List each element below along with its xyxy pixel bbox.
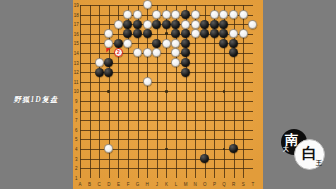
intersection-O2[interactable] xyxy=(200,163,210,173)
intersection-F12[interactable] xyxy=(123,67,133,77)
intersection-E18[interactable] xyxy=(114,10,124,20)
intersection-C8[interactable] xyxy=(94,106,104,116)
intersection-F19[interactable] xyxy=(123,0,133,10)
intersection-C5[interactable] xyxy=(94,135,104,145)
intersection-Q3[interactable] xyxy=(219,154,229,164)
intersection-G15[interactable] xyxy=(133,39,143,49)
intersection-D5[interactable] xyxy=(104,135,114,145)
intersection-M7[interactable] xyxy=(181,115,191,125)
intersection-H17[interactable] xyxy=(142,19,152,29)
intersection-E12[interactable] xyxy=(114,67,124,77)
intersection-M8[interactable] xyxy=(181,106,191,116)
intersection-Q7[interactable] xyxy=(219,115,229,125)
intersection-Q18[interactable] xyxy=(219,10,229,20)
intersection-B3[interactable] xyxy=(85,154,95,164)
intersection-L5[interactable] xyxy=(171,135,181,145)
intersection-D12[interactable] xyxy=(104,67,114,77)
intersection-C12[interactable] xyxy=(94,67,104,77)
intersection-Q13[interactable] xyxy=(219,58,229,68)
intersection-K4[interactable] xyxy=(162,144,172,154)
intersection-B2[interactable] xyxy=(85,163,95,173)
intersection-Q10[interactable] xyxy=(219,87,229,97)
intersection-E6[interactable] xyxy=(114,125,124,135)
intersection-O7[interactable] xyxy=(200,115,210,125)
intersection-F14[interactable] xyxy=(123,48,133,58)
intersection-C4[interactable] xyxy=(94,144,104,154)
intersection-E2[interactable] xyxy=(114,163,124,173)
intersection-M11[interactable] xyxy=(181,77,191,87)
intersection-F9[interactable] xyxy=(123,96,133,106)
intersection-N3[interactable] xyxy=(190,154,200,164)
intersection-E16[interactable] xyxy=(114,29,124,39)
intersection-C10[interactable] xyxy=(94,87,104,97)
intersection-J7[interactable] xyxy=(152,115,162,125)
intersection-Q4[interactable] xyxy=(219,144,229,154)
intersection-K10[interactable] xyxy=(162,87,172,97)
intersection-P16[interactable] xyxy=(210,29,220,39)
intersection-J2[interactable] xyxy=(152,163,162,173)
intersection-B19[interactable] xyxy=(85,0,95,10)
intersection-S13[interactable] xyxy=(238,58,248,68)
intersection-K5[interactable] xyxy=(162,135,172,145)
intersection-P2[interactable] xyxy=(210,163,220,173)
intersection-S11[interactable] xyxy=(238,77,248,87)
intersection-E14[interactable]: 2 xyxy=(114,48,124,58)
intersection-L3[interactable] xyxy=(171,154,181,164)
intersection-D6[interactable] xyxy=(104,125,114,135)
intersection-R4[interactable] xyxy=(229,144,239,154)
intersection-Q2[interactable] xyxy=(219,163,229,173)
intersection-F16[interactable] xyxy=(123,29,133,39)
intersection-T7[interactable] xyxy=(248,115,258,125)
intersection-O15[interactable] xyxy=(200,39,210,49)
intersection-G9[interactable] xyxy=(133,96,143,106)
intersection-H8[interactable] xyxy=(142,106,152,116)
intersection-J19[interactable] xyxy=(152,0,162,10)
intersection-G19[interactable] xyxy=(133,0,143,10)
intersection-O17[interactable] xyxy=(200,19,210,29)
intersection-T13[interactable] xyxy=(248,58,258,68)
intersection-G10[interactable] xyxy=(133,87,143,97)
intersection-C11[interactable] xyxy=(94,77,104,87)
intersection-C19[interactable] xyxy=(94,0,104,10)
intersection-Q11[interactable] xyxy=(219,77,229,87)
intersection-H19[interactable] xyxy=(142,0,152,10)
intersection-C18[interactable] xyxy=(94,10,104,20)
intersection-P9[interactable] xyxy=(210,96,220,106)
intersection-N7[interactable] xyxy=(190,115,200,125)
intersection-R15[interactable] xyxy=(229,39,239,49)
intersection-T4[interactable] xyxy=(248,144,258,154)
intersection-G3[interactable] xyxy=(133,154,143,164)
intersection-G18[interactable] xyxy=(133,10,143,20)
intersection-L8[interactable] xyxy=(171,106,181,116)
intersection-C2[interactable] xyxy=(94,163,104,173)
intersection-F10[interactable] xyxy=(123,87,133,97)
intersection-C15[interactable] xyxy=(94,39,104,49)
intersection-S4[interactable] xyxy=(238,144,248,154)
intersection-E4[interactable] xyxy=(114,144,124,154)
intersection-E11[interactable] xyxy=(114,77,124,87)
intersection-B4[interactable] xyxy=(85,144,95,154)
intersection-N15[interactable] xyxy=(190,39,200,49)
intersection-R7[interactable] xyxy=(229,115,239,125)
intersection-B14[interactable] xyxy=(85,48,95,58)
intersection-J13[interactable] xyxy=(152,58,162,68)
intersection-F15[interactable] xyxy=(123,39,133,49)
intersection-M3[interactable] xyxy=(181,154,191,164)
intersection-G13[interactable] xyxy=(133,58,143,68)
intersection-T5[interactable] xyxy=(248,135,258,145)
intersection-M14[interactable] xyxy=(181,48,191,58)
intersection-G12[interactable] xyxy=(133,67,143,77)
intersection-N19[interactable] xyxy=(190,0,200,10)
intersection-G8[interactable] xyxy=(133,106,143,116)
intersection-S15[interactable] xyxy=(238,39,248,49)
intersection-M10[interactable] xyxy=(181,87,191,97)
intersection-S2[interactable] xyxy=(238,163,248,173)
intersection-L16[interactable] xyxy=(171,29,181,39)
intersection-J4[interactable] xyxy=(152,144,162,154)
intersection-N18[interactable] xyxy=(190,10,200,20)
intersection-H14[interactable] xyxy=(142,48,152,58)
intersection-N5[interactable] xyxy=(190,135,200,145)
intersection-K9[interactable] xyxy=(162,96,172,106)
intersection-J5[interactable] xyxy=(152,135,162,145)
intersection-B11[interactable] xyxy=(85,77,95,87)
intersection-D9[interactable] xyxy=(104,96,114,106)
intersection-J15[interactable] xyxy=(152,39,162,49)
intersection-C13[interactable] xyxy=(94,58,104,68)
intersection-N16[interactable] xyxy=(190,29,200,39)
intersection-D3[interactable] xyxy=(104,154,114,164)
intersection-B13[interactable] xyxy=(85,58,95,68)
intersection-N4[interactable] xyxy=(190,144,200,154)
intersection-L7[interactable] xyxy=(171,115,181,125)
intersection-S3[interactable] xyxy=(238,154,248,164)
intersection-L19[interactable] xyxy=(171,0,181,10)
intersection-T11[interactable] xyxy=(248,77,258,87)
intersection-B8[interactable] xyxy=(85,106,95,116)
intersection-F8[interactable] xyxy=(123,106,133,116)
intersection-T3[interactable] xyxy=(248,154,258,164)
intersection-N2[interactable] xyxy=(190,163,200,173)
intersection-H3[interactable] xyxy=(142,154,152,164)
intersection-M13[interactable] xyxy=(181,58,191,68)
intersection-E3[interactable] xyxy=(114,154,124,164)
intersection-D10[interactable] xyxy=(104,87,114,97)
intersection-L12[interactable] xyxy=(171,67,181,77)
intersection-R3[interactable] xyxy=(229,154,239,164)
intersection-F3[interactable] xyxy=(123,154,133,164)
intersection-P18[interactable] xyxy=(210,10,220,20)
intersection-L10[interactable] xyxy=(171,87,181,97)
intersection-M19[interactable] xyxy=(181,0,191,10)
intersection-R17[interactable] xyxy=(229,19,239,29)
intersection-R5[interactable] xyxy=(229,135,239,145)
intersection-R9[interactable] xyxy=(229,96,239,106)
intersection-J17[interactable] xyxy=(152,19,162,29)
intersection-P17[interactable] xyxy=(210,19,220,29)
intersection-N10[interactable] xyxy=(190,87,200,97)
intersection-S10[interactable] xyxy=(238,87,248,97)
intersection-H4[interactable] xyxy=(142,144,152,154)
intersection-Q19[interactable] xyxy=(219,0,229,10)
intersection-T17[interactable] xyxy=(248,19,258,29)
intersection-O12[interactable] xyxy=(200,67,210,77)
intersection-Q9[interactable] xyxy=(219,96,229,106)
intersection-G7[interactable] xyxy=(133,115,143,125)
intersection-R10[interactable] xyxy=(229,87,239,97)
intersection-L11[interactable] xyxy=(171,77,181,87)
intersection-K19[interactable] xyxy=(162,0,172,10)
intersection-P19[interactable] xyxy=(210,0,220,10)
intersection-C16[interactable] xyxy=(94,29,104,39)
intersection-D18[interactable] xyxy=(104,10,114,20)
intersection-J10[interactable] xyxy=(152,87,162,97)
intersection-K18[interactable] xyxy=(162,10,172,20)
go-board[interactable]: 2 ABCDEFGHJKLMNOPQRST1919181817171616151… xyxy=(73,0,263,189)
intersection-F18[interactable] xyxy=(123,10,133,20)
intersection-M4[interactable] xyxy=(181,144,191,154)
intersection-Q17[interactable] xyxy=(219,19,229,29)
intersection-H2[interactable] xyxy=(142,163,152,173)
intersection-P12[interactable] xyxy=(210,67,220,77)
intersection-O11[interactable] xyxy=(200,77,210,87)
intersection-T15[interactable] xyxy=(248,39,258,49)
intersection-D13[interactable] xyxy=(104,58,114,68)
intersection-R12[interactable] xyxy=(229,67,239,77)
intersection-L6[interactable] xyxy=(171,125,181,135)
intersection-P7[interactable] xyxy=(210,115,220,125)
intersection-R2[interactable] xyxy=(229,163,239,173)
intersection-O8[interactable] xyxy=(200,106,210,116)
intersection-O14[interactable] xyxy=(200,48,210,58)
intersection-T6[interactable] xyxy=(248,125,258,135)
intersection-B7[interactable] xyxy=(85,115,95,125)
intersection-K7[interactable] xyxy=(162,115,172,125)
intersection-R19[interactable] xyxy=(229,0,239,10)
intersection-Q16[interactable] xyxy=(219,29,229,39)
intersection-S6[interactable] xyxy=(238,125,248,135)
intersection-L2[interactable] xyxy=(171,163,181,173)
intersection-G5[interactable] xyxy=(133,135,143,145)
intersection-B17[interactable] xyxy=(85,19,95,29)
intersection-S9[interactable] xyxy=(238,96,248,106)
intersection-S17[interactable] xyxy=(238,19,248,29)
intersection-H16[interactable] xyxy=(142,29,152,39)
intersection-R16[interactable] xyxy=(229,29,239,39)
intersection-B6[interactable] xyxy=(85,125,95,135)
intersection-B5[interactable] xyxy=(85,135,95,145)
intersection-O19[interactable] xyxy=(200,0,210,10)
intersection-E5[interactable] xyxy=(114,135,124,145)
intersection-P10[interactable] xyxy=(210,87,220,97)
intersection-K8[interactable] xyxy=(162,106,172,116)
intersection-P13[interactable] xyxy=(210,58,220,68)
intersection-M5[interactable] xyxy=(181,135,191,145)
intersection-N12[interactable] xyxy=(190,67,200,77)
intersection-N8[interactable] xyxy=(190,106,200,116)
intersection-E19[interactable] xyxy=(114,0,124,10)
intersection-P14[interactable] xyxy=(210,48,220,58)
intersection-Q15[interactable] xyxy=(219,39,229,49)
intersection-D8[interactable] xyxy=(104,106,114,116)
intersection-J3[interactable] xyxy=(152,154,162,164)
intersection-T19[interactable] xyxy=(248,0,258,10)
intersection-E8[interactable] xyxy=(114,106,124,116)
intersection-K13[interactable] xyxy=(162,58,172,68)
intersection-P15[interactable] xyxy=(210,39,220,49)
intersection-K15[interactable] xyxy=(162,39,172,49)
intersection-M15[interactable] xyxy=(181,39,191,49)
intersection-B18[interactable] xyxy=(85,10,95,20)
intersection-N13[interactable] xyxy=(190,58,200,68)
intersection-L14[interactable] xyxy=(171,48,181,58)
intersection-T12[interactable] xyxy=(248,67,258,77)
intersection-N6[interactable] xyxy=(190,125,200,135)
intersection-N14[interactable] xyxy=(190,48,200,58)
intersection-D2[interactable] xyxy=(104,163,114,173)
intersection-M2[interactable] xyxy=(181,163,191,173)
intersection-S14[interactable] xyxy=(238,48,248,58)
intersection-E17[interactable] xyxy=(114,19,124,29)
intersection-H12[interactable] xyxy=(142,67,152,77)
intersection-D16[interactable] xyxy=(104,29,114,39)
board-intersections[interactable]: 2 xyxy=(75,0,257,182)
intersection-E7[interactable] xyxy=(114,115,124,125)
intersection-D7[interactable] xyxy=(104,115,114,125)
intersection-E15[interactable] xyxy=(114,39,124,49)
intersection-K12[interactable] xyxy=(162,67,172,77)
intersection-O18[interactable] xyxy=(200,10,210,20)
intersection-L9[interactable] xyxy=(171,96,181,106)
intersection-F6[interactable] xyxy=(123,125,133,135)
intersection-B16[interactable] xyxy=(85,29,95,39)
intersection-C9[interactable] xyxy=(94,96,104,106)
intersection-B10[interactable] xyxy=(85,87,95,97)
intersection-L4[interactable] xyxy=(171,144,181,154)
intersection-O16[interactable] xyxy=(200,29,210,39)
intersection-N17[interactable] xyxy=(190,19,200,29)
intersection-J18[interactable] xyxy=(152,10,162,20)
intersection-R6[interactable] xyxy=(229,125,239,135)
intersection-G11[interactable] xyxy=(133,77,143,87)
intersection-L15[interactable] xyxy=(171,39,181,49)
intersection-K14[interactable] xyxy=(162,48,172,58)
intersection-P4[interactable] xyxy=(210,144,220,154)
intersection-J8[interactable] xyxy=(152,106,162,116)
intersection-G16[interactable] xyxy=(133,29,143,39)
intersection-G17[interactable] xyxy=(133,19,143,29)
intersection-C7[interactable] xyxy=(94,115,104,125)
intersection-R13[interactable] xyxy=(229,58,239,68)
intersection-B9[interactable] xyxy=(85,96,95,106)
intersection-S18[interactable] xyxy=(238,10,248,20)
intersection-S5[interactable] xyxy=(238,135,248,145)
intersection-J9[interactable] xyxy=(152,96,162,106)
intersection-T9[interactable] xyxy=(248,96,258,106)
intersection-O4[interactable] xyxy=(200,144,210,154)
intersection-J12[interactable] xyxy=(152,67,162,77)
intersection-R8[interactable] xyxy=(229,106,239,116)
intersection-M9[interactable] xyxy=(181,96,191,106)
intersection-M17[interactable] xyxy=(181,19,191,29)
intersection-D4[interactable] xyxy=(104,144,114,154)
intersection-H9[interactable] xyxy=(142,96,152,106)
intersection-H10[interactable] xyxy=(142,87,152,97)
intersection-E10[interactable] xyxy=(114,87,124,97)
intersection-O5[interactable] xyxy=(200,135,210,145)
intersection-L17[interactable] xyxy=(171,19,181,29)
intersection-B12[interactable] xyxy=(85,67,95,77)
intersection-Q8[interactable] xyxy=(219,106,229,116)
intersection-F13[interactable] xyxy=(123,58,133,68)
intersection-O9[interactable] xyxy=(200,96,210,106)
intersection-G4[interactable] xyxy=(133,144,143,154)
intersection-L18[interactable] xyxy=(171,10,181,20)
intersection-B15[interactable] xyxy=(85,39,95,49)
intersection-G6[interactable] xyxy=(133,125,143,135)
intersection-F5[interactable] xyxy=(123,135,133,145)
intersection-J11[interactable] xyxy=(152,77,162,87)
intersection-Q6[interactable] xyxy=(219,125,229,135)
intersection-K6[interactable] xyxy=(162,125,172,135)
intersection-E13[interactable] xyxy=(114,58,124,68)
intersection-T8[interactable] xyxy=(248,106,258,116)
intersection-Q14[interactable] xyxy=(219,48,229,58)
intersection-T16[interactable] xyxy=(248,29,258,39)
intersection-Q5[interactable] xyxy=(219,135,229,145)
intersection-C17[interactable] xyxy=(94,19,104,29)
intersection-O3[interactable] xyxy=(200,154,210,164)
intersection-J6[interactable] xyxy=(152,125,162,135)
intersection-S19[interactable] xyxy=(238,0,248,10)
intersection-T2[interactable] xyxy=(248,163,258,173)
intersection-K16[interactable] xyxy=(162,29,172,39)
intersection-T10[interactable] xyxy=(248,87,258,97)
intersection-P3[interactable] xyxy=(210,154,220,164)
intersection-F11[interactable] xyxy=(123,77,133,87)
intersection-F17[interactable] xyxy=(123,19,133,29)
intersection-R14[interactable] xyxy=(229,48,239,58)
intersection-S8[interactable] xyxy=(238,106,248,116)
intersection-P6[interactable] xyxy=(210,125,220,135)
intersection-O6[interactable] xyxy=(200,125,210,135)
intersection-S7[interactable] xyxy=(238,115,248,125)
intersection-D11[interactable] xyxy=(104,77,114,87)
intersection-L13[interactable] xyxy=(171,58,181,68)
intersection-E9[interactable] xyxy=(114,96,124,106)
intersection-G14[interactable] xyxy=(133,48,143,58)
intersection-H11[interactable] xyxy=(142,77,152,87)
intersection-C3[interactable] xyxy=(94,154,104,164)
intersection-S12[interactable] xyxy=(238,67,248,77)
intersection-H5[interactable] xyxy=(142,135,152,145)
intersection-R18[interactable] xyxy=(229,10,239,20)
intersection-N11[interactable] xyxy=(190,77,200,87)
intersection-F2[interactable] xyxy=(123,163,133,173)
intersection-C6[interactable] xyxy=(94,125,104,135)
intersection-R11[interactable] xyxy=(229,77,239,87)
intersection-M12[interactable] xyxy=(181,67,191,77)
intersection-O10[interactable] xyxy=(200,87,210,97)
intersection-J14[interactable] xyxy=(152,48,162,58)
intersection-H6[interactable] xyxy=(142,125,152,135)
intersection-D17[interactable] xyxy=(104,19,114,29)
intersection-H7[interactable] xyxy=(142,115,152,125)
intersection-H13[interactable] xyxy=(142,58,152,68)
